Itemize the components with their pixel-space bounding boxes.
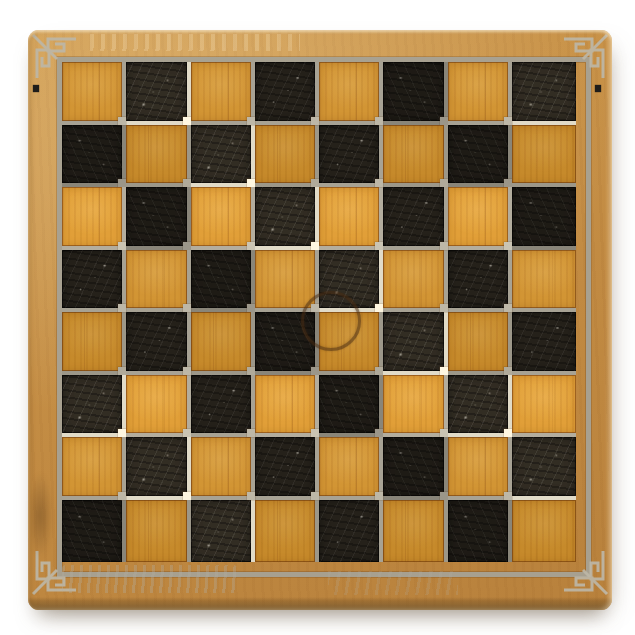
square-g7[interactable] [448,125,512,188]
square-b5[interactable] [126,250,190,313]
square-g1[interactable] [448,500,512,563]
square-b3[interactable] [126,375,190,438]
square-e1[interactable] [319,500,383,563]
square-c7[interactable] [191,125,255,188]
square-e8[interactable] [319,62,383,125]
square-f6[interactable] [383,187,447,250]
square-c2[interactable] [191,437,255,500]
square-f8[interactable] [383,62,447,125]
wear-mark [90,34,300,51]
square-b2[interactable] [126,437,190,500]
square-e2[interactable] [319,437,383,500]
square-f2[interactable] [383,437,447,500]
photo-canvas [0,0,635,635]
square-d6[interactable] [255,187,319,250]
square-a4[interactable] [62,312,126,375]
square-f5[interactable] [383,250,447,313]
square-g2[interactable] [448,437,512,500]
square-a5[interactable] [62,250,126,313]
square-d3[interactable] [255,375,319,438]
square-b1[interactable] [126,500,190,563]
square-g8[interactable] [448,62,512,125]
square-c4[interactable] [191,312,255,375]
square-b4[interactable] [126,312,190,375]
square-g4[interactable] [448,312,512,375]
ring-stain [301,291,361,351]
square-a6[interactable] [62,187,126,250]
square-f4[interactable] [383,312,447,375]
square-f7[interactable] [383,125,447,188]
square-d2[interactable] [255,437,319,500]
greek-key-corner-bottom-right-icon [564,551,610,597]
square-h6[interactable] [512,187,576,250]
square-g5[interactable] [448,250,512,313]
nail-right-icon [595,85,601,92]
square-h3[interactable] [512,375,576,438]
square-d8[interactable] [255,62,319,125]
square-a7[interactable] [62,125,126,188]
square-f3[interactable] [383,375,447,438]
square-c5[interactable] [191,250,255,313]
square-d7[interactable] [255,125,319,188]
game-board [28,30,612,610]
square-g6[interactable] [448,187,512,250]
greek-key-corner-top-right-icon [564,32,610,78]
square-a3[interactable] [62,375,126,438]
square-e7[interactable] [319,125,383,188]
square-c6[interactable] [191,187,255,250]
square-b6[interactable] [126,187,190,250]
square-c1[interactable] [191,500,255,563]
square-f1[interactable] [383,500,447,563]
square-c3[interactable] [191,375,255,438]
square-e6[interactable] [319,187,383,250]
square-c8[interactable] [191,62,255,125]
greek-key-corner-top-left-icon [30,32,76,78]
square-e3[interactable] [319,375,383,438]
square-a2[interactable] [62,437,126,500]
square-h4[interactable] [512,312,576,375]
nail-left-icon [33,85,39,92]
square-g3[interactable] [448,375,512,438]
square-d1[interactable] [255,500,319,563]
square-h5[interactable] [512,250,576,313]
greek-key-corner-bottom-left-icon [30,551,76,597]
square-h2[interactable] [512,437,576,500]
board-bottom-edge [28,597,612,610]
square-b7[interactable] [126,125,190,188]
square-h7[interactable] [512,125,576,188]
square-b8[interactable] [126,62,190,125]
